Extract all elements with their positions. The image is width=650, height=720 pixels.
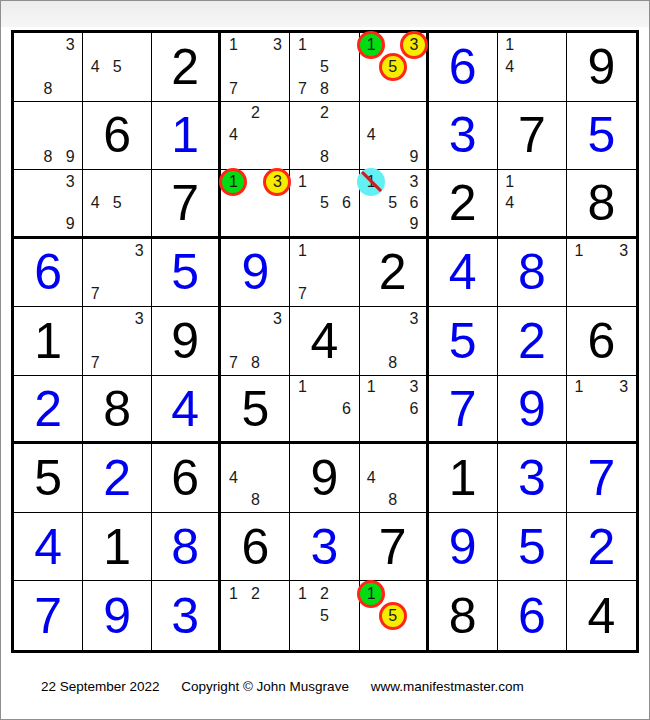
candidate-8: 8 (388, 355, 397, 371)
candidate-grid: 48 (361, 445, 425, 511)
candidate-slot-6 (543, 56, 565, 78)
candidate-slot-4 (291, 262, 313, 284)
candidate-slot-7 (222, 489, 244, 511)
candidate-slot-1 (361, 308, 382, 330)
cell-r6c1[interactable]: 2 (14, 376, 83, 445)
candidate-5: 5 (320, 195, 329, 211)
cell-r6c4[interactable]: 5 (221, 376, 290, 445)
candidate-slot-7 (84, 213, 106, 234)
candidate-slot-9 (336, 283, 358, 305)
candidate-3: 3 (410, 37, 419, 53)
candidate-9: 9 (410, 216, 419, 232)
cell-r3c6[interactable]: 13569 (360, 170, 429, 239)
cell-r6c7[interactable]: 7 (429, 376, 498, 445)
cell-r3c3[interactable]: 7 (152, 170, 221, 239)
candidate-slot-7 (291, 213, 313, 234)
candidate-2: 2 (251, 586, 260, 602)
candidate-3: 3 (619, 243, 628, 259)
cell-r4c1[interactable]: 6 (14, 239, 83, 308)
cell-value: 4 (290, 307, 358, 375)
candidate-slot-9 (128, 213, 150, 234)
candidate-grid: 39 (15, 171, 81, 235)
cell-r8c1[interactable]: 4 (14, 513, 83, 582)
cell-value: 7 (152, 170, 218, 236)
candidate-slot-8 (244, 146, 266, 168)
candidate-slot-9 (336, 213, 358, 234)
candidate-slot-9 (336, 627, 358, 649)
cell-r4c6[interactable]: 2 (360, 239, 429, 308)
candidate-slot-9 (403, 78, 424, 100)
cell-r4c2[interactable]: 37 (83, 239, 152, 308)
candidate-slot-1: 1 (291, 582, 313, 604)
candidate-1: 1 (298, 37, 307, 53)
candidate-slot-2 (313, 171, 335, 192)
candidate-slot-1: 1 (499, 34, 521, 56)
candidate-slot-8 (382, 213, 403, 234)
cell-value: 6 (429, 33, 497, 101)
candidate-7: 7 (298, 286, 307, 302)
candidate-slot-7: 7 (222, 78, 244, 100)
cell-value: 6 (567, 307, 636, 375)
candidate-slot-8 (590, 419, 612, 440)
cell-value: 2 (429, 170, 497, 236)
candidate-slot-5 (382, 398, 403, 419)
candidate-1: 1 (229, 174, 238, 190)
candidate-8: 8 (44, 81, 53, 97)
cell-r3c2[interactable]: 45 (83, 170, 152, 239)
cell-r1c1[interactable]: 38 (14, 33, 83, 102)
cell-r4c9[interactable]: 13 (567, 239, 636, 308)
cell-r1c2[interactable]: 45 (83, 33, 152, 102)
candidate-grid: 1578 (291, 34, 357, 100)
cell-value: 4 (567, 581, 636, 650)
candidate-slot-9 (266, 627, 288, 649)
candidate-slot-5 (37, 56, 59, 78)
candidate-slot-5: 5 (106, 192, 128, 213)
candidate-8: 8 (320, 81, 329, 97)
candidate-slot-7 (568, 283, 590, 305)
candidate-grid: 136 (361, 377, 425, 441)
candidate-slot-2: 2 (313, 103, 335, 125)
candidate-4: 4 (367, 127, 376, 143)
cell-r9c8[interactable]: 6 (498, 581, 567, 650)
candidate-slot-3: 3 (128, 240, 150, 262)
candidate-slot-6: 6 (403, 398, 424, 419)
candidate-3: 3 (410, 174, 419, 190)
cell-value: 4 (14, 513, 82, 581)
cell-r8c9[interactable]: 2 (567, 513, 636, 582)
cell-r9c1[interactable]: 7 (14, 581, 83, 650)
cell-r4c8[interactable]: 8 (498, 239, 567, 308)
cell-r6c6[interactable]: 136 (360, 376, 429, 445)
cell-r6c8[interactable]: 9 (498, 376, 567, 445)
cell-r9c3[interactable]: 3 (152, 581, 221, 650)
candidate-slot-4 (291, 124, 313, 146)
candidate-slot-4 (291, 56, 313, 78)
cell-r3c4[interactable]: 13 (221, 170, 290, 239)
cell-r2c6[interactable]: 49 (360, 102, 429, 171)
cell-r7c6[interactable]: 48 (360, 444, 429, 513)
candidate-slot-6 (336, 605, 358, 627)
cell-r6c2[interactable]: 8 (83, 376, 152, 445)
candidate-4: 4 (91, 59, 100, 75)
candidate-slot-7: 7 (84, 352, 106, 374)
cell-r7c7[interactable]: 1 (429, 444, 498, 513)
cell-r5c9[interactable]: 6 (567, 307, 636, 376)
candidate-3: 3 (273, 37, 282, 53)
candidate-3: 3 (66, 174, 75, 190)
candidate-grid: 13 (568, 240, 635, 306)
cell-value: 5 (221, 376, 289, 442)
candidate-slot-8 (244, 78, 266, 100)
cell-r2c9[interactable]: 5 (567, 102, 636, 171)
candidate-slot-6 (266, 467, 288, 489)
candidate-slot-3 (266, 103, 288, 125)
cell-r5c6[interactable]: 38 (360, 307, 429, 376)
cell-r3c5[interactable]: 156 (290, 170, 359, 239)
candidate-3: 3 (135, 311, 144, 327)
candidate-1: 1 (505, 174, 514, 190)
candidate-slot-1 (84, 34, 106, 56)
cell-r1c8[interactable]: 14 (498, 33, 567, 102)
candidate-6: 6 (410, 401, 419, 417)
candidate-slot-5 (521, 56, 543, 78)
candidate-slot-8 (313, 419, 335, 440)
candidate-slot-8 (521, 78, 543, 100)
candidate-slot-8 (313, 283, 335, 305)
candidate-2: 2 (320, 586, 329, 602)
candidate-slot-7: 7 (222, 352, 244, 374)
cell-r8c8[interactable]: 5 (498, 513, 567, 582)
cell-value: 1 (152, 102, 218, 170)
candidate-slot-1: 1 (361, 34, 382, 56)
cell-r3c9[interactable]: 8 (567, 170, 636, 239)
candidate-slot-6 (266, 605, 288, 627)
candidate-slot-8 (106, 213, 128, 234)
cell-value: 2 (152, 33, 218, 101)
candidate-7: 7 (229, 355, 238, 371)
candidate-5: 5 (388, 59, 397, 75)
candidate-1: 1 (575, 379, 584, 395)
candidate-slot-9 (59, 78, 81, 100)
cell-r9c7[interactable]: 8 (429, 581, 498, 650)
candidate-8: 8 (251, 492, 260, 508)
candidate-slot-2: 2 (244, 582, 266, 604)
candidate-3: 3 (273, 311, 282, 327)
candidate-5: 5 (113, 195, 122, 211)
candidate-slot-1: 1 (568, 377, 590, 398)
candidate-slot-2 (313, 34, 335, 56)
candidate-slot-1 (84, 308, 106, 330)
cell-r7c2[interactable]: 2 (83, 444, 152, 513)
candidate-slot-5 (382, 124, 403, 146)
cell-value: 3 (498, 444, 566, 512)
candidate-slot-1: 1 (291, 171, 313, 192)
cell-r7c1[interactable]: 5 (14, 444, 83, 513)
cell-r4c4[interactable]: 9 (221, 239, 290, 308)
cell-r1c6[interactable]: 135 (360, 33, 429, 102)
cell-r7c3[interactable]: 6 (152, 444, 221, 513)
cell-r4c5[interactable]: 17 (290, 239, 359, 308)
candidate-slot-7 (361, 489, 382, 511)
cell-r8c3[interactable]: 8 (152, 513, 221, 582)
cell-value: 9 (498, 376, 566, 442)
candidate-slot-9 (336, 419, 358, 440)
cell-value: 2 (14, 376, 82, 442)
candidate-slot-6 (128, 330, 150, 352)
footer-website: www.manifestmaster.com (371, 679, 524, 694)
candidate-grid: 13569 (361, 171, 425, 235)
candidate-slot-6 (128, 192, 150, 213)
cell-r2c4[interactable]: 24 (221, 102, 290, 171)
cell-value: 4 (429, 239, 497, 307)
cell-r2c8[interactable]: 7 (498, 102, 567, 171)
candidate-slot-1 (84, 240, 106, 262)
candidate-slot-7: 7 (291, 78, 313, 100)
candidate-slot-6 (59, 56, 81, 78)
candidate-slot-2 (106, 240, 128, 262)
candidate-slot-4: 4 (361, 124, 382, 146)
candidate-8: 8 (388, 492, 397, 508)
candidate-slot-1 (222, 103, 244, 125)
candidate-slot-2 (106, 171, 128, 192)
cell-r8c6[interactable]: 7 (360, 513, 429, 582)
cell-r8c5[interactable]: 3 (290, 513, 359, 582)
candidate-slot-3 (403, 582, 424, 604)
cell-value: 9 (152, 307, 218, 375)
candidate-slot-6 (266, 330, 288, 352)
candidate-slot-9 (613, 419, 635, 440)
cell-r8c2[interactable]: 1 (83, 513, 152, 582)
cell-value: 8 (498, 239, 566, 307)
candidate-slot-4 (84, 330, 106, 352)
candidate-slot-4 (222, 330, 244, 352)
candidate-slot-3 (59, 103, 81, 125)
candidate-7: 7 (298, 81, 307, 97)
cell-value: 7 (429, 376, 497, 442)
candidate-slot-2 (521, 34, 543, 56)
candidate-slot-5: 5 (313, 605, 335, 627)
candidate-1: 1 (367, 379, 376, 395)
cell-r9c9[interactable]: 4 (567, 581, 636, 650)
candidate-slot-6 (613, 398, 635, 419)
candidate-slot-1: 1 (291, 377, 313, 398)
cell-value: 6 (221, 513, 289, 581)
candidate-5: 5 (388, 608, 397, 624)
candidate-slot-9 (266, 352, 288, 374)
cell-value: 5 (567, 102, 636, 170)
candidate-grid: 38 (361, 308, 425, 374)
cell-r7c4[interactable]: 48 (221, 444, 290, 513)
cell-r7c5[interactable]: 9 (290, 444, 359, 513)
candidate-grid: 89 (15, 103, 81, 169)
candidate-slot-1: 1 (291, 240, 313, 262)
cell-value: 8 (429, 581, 497, 650)
cell-r5c1[interactable]: 1 (14, 307, 83, 376)
cell-value: 9 (567, 33, 636, 101)
cell-r8c4[interactable]: 6 (221, 513, 290, 582)
candidate-slot-5 (382, 330, 403, 352)
candidate-1: 1 (229, 37, 238, 53)
candidate-slot-3: 3 (403, 308, 424, 330)
candidate-slot-2 (382, 171, 403, 192)
candidate-slot-8 (244, 627, 266, 649)
cell-r5c8[interactable]: 2 (498, 307, 567, 376)
cell-r5c2[interactable]: 37 (83, 307, 152, 376)
candidate-slot-5 (244, 467, 266, 489)
cell-r1c7[interactable]: 6 (429, 33, 498, 102)
candidate-grid: 13 (222, 171, 288, 235)
cell-r9c2[interactable]: 9 (83, 581, 152, 650)
candidate-slot-3 (266, 582, 288, 604)
candidate-slot-5: 5 (382, 56, 403, 78)
cell-value: 2 (83, 444, 151, 512)
cell-r2c7[interactable]: 3 (429, 102, 498, 171)
candidate-3: 3 (66, 37, 75, 53)
candidate-slot-1 (361, 103, 382, 125)
candidate-slot-8 (106, 78, 128, 100)
cell-r2c5[interactable]: 28 (290, 102, 359, 171)
candidate-slot-6: 6 (403, 192, 424, 213)
cell-value: 7 (567, 444, 636, 512)
candidate-slot-4 (291, 398, 313, 419)
candidate-2: 2 (251, 105, 260, 121)
candidate-slot-1: 1 (568, 240, 590, 262)
cell-r3c7[interactable]: 2 (429, 170, 498, 239)
candidate-slot-2 (382, 103, 403, 125)
candidate-slot-9 (128, 283, 150, 305)
candidate-grid: 24 (222, 103, 288, 169)
candidate-3: 3 (273, 174, 282, 190)
window-top-strip (1, 1, 649, 27)
candidate-slot-2 (313, 377, 335, 398)
candidate-slot-6 (613, 262, 635, 284)
cell-r5c3[interactable]: 9 (152, 307, 221, 376)
candidate-8: 8 (320, 149, 329, 165)
candidate-slot-7 (361, 352, 382, 374)
candidate-slot-4 (15, 192, 37, 213)
cell-value: 5 (14, 444, 82, 512)
cell-r3c1[interactable]: 39 (14, 170, 83, 239)
cell-r5c7[interactable]: 5 (429, 307, 498, 376)
candidate-slot-2 (244, 445, 266, 467)
cell-r4c7[interactable]: 4 (429, 239, 498, 308)
cell-r6c5[interactable]: 16 (290, 376, 359, 445)
candidate-grid: 48 (222, 445, 288, 511)
cell-value: 9 (221, 239, 289, 307)
candidate-slot-9 (336, 146, 358, 168)
cell-r2c2[interactable]: 6 (83, 102, 152, 171)
candidate-slot-4 (15, 124, 37, 146)
candidate-1: 1 (367, 586, 376, 602)
candidate-slot-6 (336, 262, 358, 284)
cell-r8c7[interactable]: 9 (429, 513, 498, 582)
cell-r6c3[interactable]: 4 (152, 376, 221, 445)
candidate-slot-6 (543, 192, 565, 213)
candidate-slot-2 (106, 34, 128, 56)
candidate-8: 8 (44, 149, 53, 165)
candidate-1: 1 (229, 586, 238, 602)
candidate-4: 4 (367, 470, 376, 486)
candidate-slot-9 (543, 78, 565, 100)
candidate-slot-4: 4 (84, 192, 106, 213)
candidate-slot-9 (128, 78, 150, 100)
candidate-slot-5 (521, 192, 543, 213)
candidate-1: 1 (298, 174, 307, 190)
candidate-slot-5: 5 (313, 192, 335, 213)
candidate-slot-8 (106, 283, 128, 305)
candidate-grid: 156 (291, 171, 357, 235)
candidate-slot-6 (336, 124, 358, 146)
candidate-slot-4 (568, 262, 590, 284)
candidate-slot-2 (37, 34, 59, 56)
candidate-slot-7 (361, 146, 382, 168)
candidate-slot-2 (106, 308, 128, 330)
candidate-slot-8: 8 (382, 352, 403, 374)
candidate-slot-3 (336, 171, 358, 192)
cell-value: 8 (152, 513, 218, 581)
cell-r5c4[interactable]: 378 (221, 307, 290, 376)
cell-r5c5[interactable]: 4 (290, 307, 359, 376)
candidate-grid: 45 (84, 171, 150, 235)
cell-r1c5[interactable]: 1578 (290, 33, 359, 102)
candidate-slot-3 (336, 34, 358, 56)
candidate-slot-6 (403, 330, 424, 352)
cell-r9c4[interactable]: 12 (221, 581, 290, 650)
candidate-slot-4 (568, 398, 590, 419)
candidate-slot-9 (403, 627, 424, 649)
candidate-slot-9 (403, 352, 424, 374)
candidate-grid: 17 (291, 240, 357, 306)
footer-date: 22 September 2022 (41, 679, 160, 694)
candidate-slot-5 (313, 124, 335, 146)
cell-value: 3 (152, 581, 218, 650)
cell-r9c5[interactable]: 125 (290, 581, 359, 650)
candidate-slot-6 (128, 262, 150, 284)
candidate-slot-8 (382, 78, 403, 100)
cell-r1c9[interactable]: 9 (567, 33, 636, 102)
candidate-slot-1 (361, 445, 382, 467)
cell-value: 4 (152, 376, 218, 442)
candidate-slot-3 (336, 582, 358, 604)
candidate-slot-9 (266, 489, 288, 511)
candidate-slot-2 (37, 171, 59, 192)
candidate-5: 5 (388, 195, 397, 211)
candidate-3: 3 (135, 243, 144, 259)
candidate-1: 1 (298, 243, 307, 259)
candidate-slot-9 (266, 146, 288, 168)
candidate-slot-3 (543, 34, 565, 56)
cell-r2c3[interactable]: 1 (152, 102, 221, 171)
cell-r1c4[interactable]: 137 (221, 33, 290, 102)
candidate-slot-3 (403, 445, 424, 467)
cell-r2c1[interactable]: 89 (14, 102, 83, 171)
cell-r6c9[interactable]: 13 (567, 376, 636, 445)
cell-value: 2 (498, 307, 566, 375)
candidate-slot-3: 3 (403, 34, 424, 56)
cell-r7c9[interactable]: 7 (567, 444, 636, 513)
cell-r7c8[interactable]: 3 (498, 444, 567, 513)
cell-r3c8[interactable]: 14 (498, 170, 567, 239)
cell-r9c6[interactable]: 15 (360, 581, 429, 650)
candidate-4: 4 (229, 127, 238, 143)
candidate-7: 7 (91, 355, 100, 371)
sudoku-board: 3845213715781356149896124284937539457131… (11, 30, 639, 653)
cell-value: 3 (429, 102, 497, 170)
candidate-slot-9 (403, 419, 424, 440)
cell-r4c3[interactable]: 5 (152, 239, 221, 308)
cell-r1c3[interactable]: 2 (152, 33, 221, 102)
